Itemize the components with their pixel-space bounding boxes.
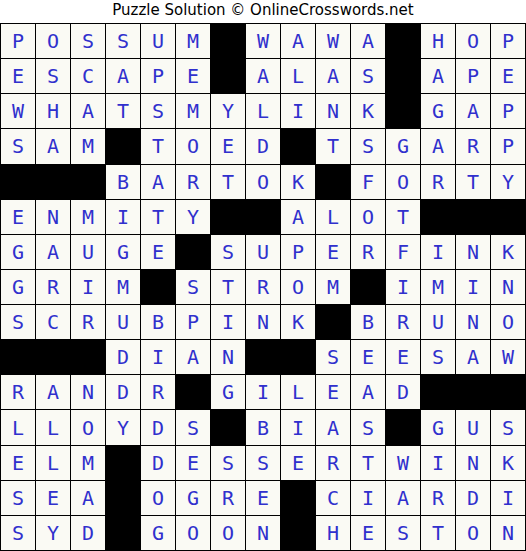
crossword-solution-page: Puzzle Solution © OnlineCrosswords.net P… [0,0,526,551]
block-cell [106,481,140,515]
letter-cell: D [386,375,420,409]
letter-cell: S [1,305,35,339]
letter-cell: R [351,235,385,269]
block-cell [491,200,525,234]
letter-cell: O [456,24,490,58]
letter-cell: Y [491,165,525,199]
letter-cell: M [176,24,210,58]
letter-cell: M [316,270,350,304]
block-cell [211,200,245,234]
letter-cell: L [36,446,70,480]
letter-cell: S [246,446,280,480]
letter-cell: S [316,340,350,374]
letter-cell: G [176,481,210,515]
block-cell [281,129,315,163]
letter-cell: T [211,165,245,199]
block-cell [211,410,245,444]
letter-cell: S [71,24,105,58]
letter-cell: O [491,305,525,339]
letter-cell: R [1,375,35,409]
letter-cell: M [421,270,455,304]
letter-cell: Y [36,516,70,550]
letter-cell: Y [106,410,140,444]
letter-cell: E [176,446,210,480]
letter-cell: G [211,375,245,409]
block-cell [421,200,455,234]
block-cell [211,24,245,58]
letter-cell: L [1,410,35,444]
letter-cell: E [386,340,420,374]
block-cell [71,340,105,374]
letter-cell: O [36,24,70,58]
letter-cell: W [491,340,525,374]
letter-cell: R [386,305,420,339]
letter-cell: I [386,270,420,304]
letter-cell: E [1,446,35,480]
letter-cell: D [141,446,175,480]
letter-cell: P [491,94,525,128]
block-cell [106,516,140,550]
letter-cell: E [246,481,280,515]
letter-cell: R [421,481,455,515]
letter-cell: G [141,516,175,550]
letter-cell: O [211,516,245,550]
letter-cell: A [141,165,175,199]
letter-cell: G [421,410,455,444]
letter-cell: A [351,24,385,58]
letter-cell: B [351,305,385,339]
letter-cell: S [1,516,35,550]
letter-cell: A [106,59,140,93]
letter-cell: A [36,235,70,269]
letter-cell: L [281,375,315,409]
letter-cell: A [316,410,350,444]
letter-cell: A [351,375,385,409]
block-cell [316,165,350,199]
letter-cell: A [71,94,105,128]
letter-cell: S [176,410,210,444]
block-cell [106,446,140,480]
letter-cell: L [246,94,280,128]
block-cell [246,200,280,234]
letter-cell: E [211,129,245,163]
letter-cell: R [36,270,70,304]
letter-cell: L [281,59,315,93]
block-cell [351,270,385,304]
letter-cell: D [141,410,175,444]
letter-cell: I [456,270,490,304]
letter-cell: D [456,481,490,515]
block-cell [281,516,315,550]
letter-cell: B [246,410,280,444]
letter-cell: R [316,446,350,480]
letter-cell: P [176,305,210,339]
letter-cell: T [351,446,385,480]
letter-cell: M [106,270,140,304]
letter-cell: D [106,340,140,374]
letter-cell: M [176,94,210,128]
letter-cell: I [421,446,455,480]
letter-cell: F [351,165,385,199]
letter-cell: W [1,94,35,128]
letter-cell: T [421,516,455,550]
letter-cell: O [281,270,315,304]
letter-cell: Y [211,94,245,128]
letter-cell: P [491,129,525,163]
block-cell [281,340,315,374]
letter-cell: K [351,94,385,128]
block-cell [281,481,315,515]
letter-cell: R [456,129,490,163]
block-cell [211,59,245,93]
letter-cell: K [281,305,315,339]
letter-cell: O [386,165,420,199]
letter-cell: S [141,94,175,128]
letter-cell: K [281,165,315,199]
letter-cell: H [36,94,70,128]
block-cell [491,375,525,409]
letter-cell: G [1,235,35,269]
letter-cell: I [281,410,315,444]
letter-cell: G [421,94,455,128]
letter-cell: Y [176,200,210,234]
letter-cell: P [281,235,315,269]
letter-cell: S [1,129,35,163]
block-cell [246,340,280,374]
letter-cell: P [491,24,525,58]
letter-cell: A [36,375,70,409]
letter-cell: W [316,24,350,58]
letter-cell: R [211,481,245,515]
block-cell [106,129,140,163]
letter-cell: A [386,481,420,515]
letter-cell: E [141,235,175,269]
letter-cell: R [421,165,455,199]
letter-cell: K [491,235,525,269]
letter-cell: S [386,516,420,550]
letter-cell: H [421,24,455,58]
block-cell [71,165,105,199]
letter-cell: U [106,305,140,339]
letter-cell: O [176,129,210,163]
letter-cell: O [141,481,175,515]
letter-cell: S [421,340,455,374]
letter-cell: O [246,165,280,199]
letter-cell: A [456,340,490,374]
letter-cell: S [211,235,245,269]
letter-cell: I [281,94,315,128]
letter-cell: O [456,516,490,550]
letter-cell: S [106,24,140,58]
block-cell [316,305,350,339]
letter-cell: B [141,305,175,339]
letter-cell: A [36,129,70,163]
letter-cell: S [1,481,35,515]
letter-cell: S [351,410,385,444]
letter-cell: C [316,481,350,515]
letter-cell: P [141,59,175,93]
block-cell [176,375,210,409]
letter-cell: U [246,235,280,269]
letter-cell: A [421,129,455,163]
block-cell [141,270,175,304]
letter-cell: E [491,59,525,93]
letter-cell: T [456,165,490,199]
letter-cell: T [106,94,140,128]
letter-cell: N [316,94,350,128]
letter-cell: A [281,24,315,58]
block-cell [36,340,70,374]
letter-cell: E [176,59,210,93]
block-cell [1,340,35,374]
page-title: Puzzle Solution © OnlineCrosswords.net [0,0,526,23]
letter-cell: U [421,305,455,339]
letter-cell: F [386,235,420,269]
letter-cell: N [491,516,525,550]
block-cell [421,375,455,409]
letter-cell: K [491,446,525,480]
letter-cell: A [246,59,280,93]
letter-cell: D [106,375,140,409]
letter-cell: I [491,481,525,515]
letter-cell: E [316,235,350,269]
letter-cell: E [1,200,35,234]
letter-cell: N [36,200,70,234]
letter-cell: A [316,59,350,93]
letter-cell: A [421,59,455,93]
letter-cell: O [351,200,385,234]
letter-cell: O [71,410,105,444]
letter-cell: G [106,235,140,269]
crossword-grid: POSSUMWAWAHOPESCAPEALASAPEWHATSMYLINKGAP… [0,23,526,551]
block-cell [386,410,420,444]
letter-cell: M [71,200,105,234]
letter-cell: N [211,340,245,374]
letter-cell: A [281,200,315,234]
letter-cell: U [71,235,105,269]
letter-cell: I [421,235,455,269]
block-cell [176,235,210,269]
letter-cell: A [456,94,490,128]
letter-cell: L [36,410,70,444]
letter-cell: D [246,129,280,163]
letter-cell: U [141,24,175,58]
letter-cell: I [211,305,245,339]
letter-cell: C [71,59,105,93]
letter-cell: W [246,24,280,58]
letter-cell: S [351,59,385,93]
letter-cell: I [141,340,175,374]
letter-cell: U [456,410,490,444]
letter-cell: I [246,375,280,409]
letter-cell: T [316,129,350,163]
letter-cell: O [176,516,210,550]
letter-cell: S [36,59,70,93]
letter-cell: N [456,235,490,269]
block-cell [456,200,490,234]
letter-cell: R [176,165,210,199]
block-cell [1,165,35,199]
letter-cell: E [316,375,350,409]
letter-cell: I [71,270,105,304]
block-cell [36,165,70,199]
block-cell [386,94,420,128]
letter-cell: E [351,516,385,550]
letter-cell: T [141,129,175,163]
block-cell [456,375,490,409]
letter-cell: R [141,375,175,409]
letter-cell: P [1,24,35,58]
letter-cell: S [176,270,210,304]
letter-cell: E [351,340,385,374]
letter-cell: R [246,270,280,304]
letter-cell: N [246,516,280,550]
block-cell [386,59,420,93]
letter-cell: A [71,481,105,515]
block-cell [386,24,420,58]
letter-cell: W [386,446,420,480]
letter-cell: T [211,270,245,304]
letter-cell: S [491,410,525,444]
letter-cell: S [211,446,245,480]
letter-cell: S [351,129,385,163]
letter-cell: D [71,516,105,550]
letter-cell: C [36,305,70,339]
letter-cell: L [316,200,350,234]
letter-cell: R [71,305,105,339]
letter-cell: P [456,59,490,93]
letter-cell: B [106,165,140,199]
letter-cell: N [456,446,490,480]
letter-cell: T [141,200,175,234]
letter-cell: N [456,305,490,339]
letter-cell: A [176,340,210,374]
letter-cell: H [316,516,350,550]
letter-cell: M [71,129,105,163]
letter-cell: T [386,200,420,234]
letter-cell: N [246,305,280,339]
letter-cell: I [351,481,385,515]
letter-cell: E [1,59,35,93]
letter-cell: E [36,481,70,515]
letter-cell: I [106,200,140,234]
letter-cell: N [491,270,525,304]
letter-cell: G [1,270,35,304]
letter-cell: N [71,375,105,409]
letter-cell: E [281,446,315,480]
letter-cell: M [71,446,105,480]
letter-cell: G [386,129,420,163]
